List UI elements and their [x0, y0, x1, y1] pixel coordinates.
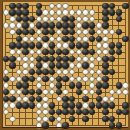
black-stone: [89, 29, 95, 35]
white-stone: [62, 69, 68, 75]
white-stone: [109, 89, 115, 95]
white-stone: [56, 29, 62, 35]
white-stone: [89, 89, 95, 95]
black-stone: [16, 16, 22, 22]
black-stone: [16, 3, 22, 9]
black-stone: [3, 56, 9, 62]
black-stone: [22, 3, 28, 9]
black-stone: [29, 96, 35, 102]
white-stone: [56, 96, 62, 102]
black-stone: [62, 49, 68, 55]
black-stone: [36, 69, 42, 75]
white-stone: [109, 29, 115, 35]
white-stone: [16, 76, 22, 82]
white-stone: [22, 62, 28, 68]
black-stone: [102, 22, 108, 28]
white-stone: [22, 56, 28, 62]
white-stone: [29, 36, 35, 42]
black-stone: [22, 49, 28, 55]
black-stone: [69, 29, 75, 35]
white-stone: [36, 29, 42, 35]
white-stone: [49, 16, 55, 22]
white-stone: [49, 82, 55, 88]
black-stone: [109, 102, 115, 108]
black-stone: [36, 22, 42, 28]
black-stone: [49, 29, 55, 35]
white-stone: [96, 22, 102, 28]
black-stone: [102, 56, 108, 62]
white-stone: [96, 49, 102, 55]
white-stone: [56, 116, 62, 122]
white-stone: [36, 76, 42, 82]
black-stone: [9, 56, 15, 62]
black-stone: [116, 122, 122, 128]
black-stone: [22, 42, 28, 48]
white-stone: [9, 102, 15, 108]
white-stone: [49, 3, 55, 9]
white-stone: [82, 9, 88, 15]
white-stone: [82, 36, 88, 42]
black-stone: [109, 69, 115, 75]
black-stone: [69, 109, 75, 115]
white-stone: [29, 56, 35, 62]
black-stone: [29, 29, 35, 35]
black-stone: [82, 96, 88, 102]
black-stone: [36, 3, 42, 9]
black-stone: [116, 9, 122, 15]
black-stone: [22, 82, 28, 88]
white-stone: [9, 22, 15, 28]
white-stone: [16, 89, 22, 95]
black-stone: [109, 56, 115, 62]
black-stone: [42, 122, 48, 128]
black-stone: [109, 3, 115, 9]
black-stone: [62, 29, 68, 35]
black-stone: [3, 96, 9, 102]
black-stone: [22, 16, 28, 22]
white-stone: [3, 109, 9, 115]
black-stone: [82, 22, 88, 28]
black-stone: [29, 102, 35, 108]
black-stone: [36, 42, 42, 48]
black-stone: [56, 22, 62, 28]
black-stone: [62, 96, 68, 102]
black-stone: [116, 109, 122, 115]
black-stone: [49, 42, 55, 48]
black-stone: [122, 36, 128, 42]
black-stone: [9, 96, 15, 102]
white-stone: [96, 69, 102, 75]
white-stone: [36, 102, 42, 108]
white-stone: [16, 69, 22, 75]
white-stone: [42, 116, 48, 122]
white-stone: [82, 76, 88, 82]
white-stone: [102, 96, 108, 102]
white-stone: [36, 109, 42, 115]
black-stone: [89, 22, 95, 28]
white-stone: [42, 109, 48, 115]
black-stone: [3, 89, 9, 95]
black-stone: [89, 102, 95, 108]
black-stone: [22, 9, 28, 15]
black-stone: [96, 82, 102, 88]
white-stone: [76, 9, 82, 15]
black-stone: [42, 36, 48, 42]
black-stone: [89, 36, 95, 42]
white-stone: [29, 62, 35, 68]
black-stone: [29, 42, 35, 48]
black-stone: [62, 16, 68, 22]
white-stone: [9, 76, 15, 82]
white-stone: [69, 76, 75, 82]
black-stone: [49, 49, 55, 55]
white-stone: [89, 82, 95, 88]
black-stone: [116, 42, 122, 48]
black-stone: [102, 102, 108, 108]
white-stone: [122, 82, 128, 88]
black-stone: [49, 109, 55, 115]
white-stone: [16, 56, 22, 62]
white-stone: [3, 9, 9, 15]
white-stone: [122, 89, 128, 95]
black-stone: [109, 49, 115, 55]
white-stone: [36, 116, 42, 122]
white-stone: [16, 49, 22, 55]
black-stone: [42, 29, 48, 35]
white-stone: [62, 42, 68, 48]
black-stone: [102, 109, 108, 115]
black-stone: [102, 76, 108, 82]
white-stone: [62, 3, 68, 9]
white-stone: [3, 102, 9, 108]
black-stone: [69, 36, 75, 42]
white-stone: [76, 16, 82, 22]
black-stone: [109, 9, 115, 15]
black-stone: [42, 49, 48, 55]
black-stone: [16, 82, 22, 88]
black-stone: [89, 109, 95, 115]
white-stone: [76, 36, 82, 42]
black-stone: [116, 82, 122, 88]
black-stone: [122, 3, 128, 9]
black-stone: [36, 62, 42, 68]
white-stone: [9, 89, 15, 95]
white-stone: [82, 102, 88, 108]
white-stone: [49, 76, 55, 82]
white-stone: [89, 76, 95, 82]
white-stone: [69, 69, 75, 75]
black-stone: [36, 89, 42, 95]
black-stone: [96, 89, 102, 95]
black-stone: [42, 56, 48, 62]
black-stone: [56, 49, 62, 55]
black-stone: [109, 122, 115, 128]
black-stone: [49, 56, 55, 62]
white-stone: [9, 29, 15, 35]
black-stone: [3, 76, 9, 82]
black-stone: [62, 76, 68, 82]
black-stone: [102, 82, 108, 88]
white-stone: [22, 96, 28, 102]
white-stone: [76, 29, 82, 35]
black-stone: [36, 9, 42, 15]
white-stone: [36, 122, 42, 128]
white-stone: [62, 9, 68, 15]
black-stone: [29, 89, 35, 95]
white-stone: [42, 16, 48, 22]
white-stone: [89, 69, 95, 75]
white-stone: [36, 82, 42, 88]
white-stone: [56, 69, 62, 75]
black-stone: [9, 3, 15, 9]
white-stone: [96, 76, 102, 82]
white-stone: [76, 22, 82, 28]
black-stone: [16, 9, 22, 15]
white-stone: [82, 29, 88, 35]
black-stone: [122, 102, 128, 108]
black-stone: [56, 82, 62, 88]
black-stone: [9, 9, 15, 15]
black-stone: [69, 56, 75, 62]
black-stone: [62, 122, 68, 128]
white-stone: [3, 69, 9, 75]
black-stone: [69, 116, 75, 122]
black-stone: [22, 76, 28, 82]
black-stone: [36, 56, 42, 62]
white-stone: [116, 89, 122, 95]
white-stone: [42, 42, 48, 48]
black-stone: [89, 49, 95, 55]
white-stone: [69, 9, 75, 15]
black-stone: [42, 22, 48, 28]
black-stone: [22, 102, 28, 108]
white-stone: [96, 56, 102, 62]
white-stone: [82, 56, 88, 62]
black-stone: [82, 116, 88, 122]
white-stone: [29, 22, 35, 28]
black-stone: [49, 22, 55, 28]
white-stone: [82, 89, 88, 95]
black-stone: [49, 116, 55, 122]
black-stone: [16, 36, 22, 42]
white-stone: [36, 16, 42, 22]
white-stone: [76, 56, 82, 62]
white-stone: [102, 36, 108, 42]
go-board[interactable]: [0, 0, 130, 130]
black-stone: [56, 76, 62, 82]
white-stone: [16, 96, 22, 102]
white-stone: [29, 49, 35, 55]
black-stone: [109, 116, 115, 122]
black-stone: [122, 109, 128, 115]
black-stone: [102, 3, 108, 9]
black-stone: [76, 82, 82, 88]
black-stone: [69, 102, 75, 108]
white-stone: [49, 9, 55, 15]
white-stone: [89, 9, 95, 15]
black-stone: [102, 69, 108, 75]
white-stone: [9, 116, 15, 122]
black-stone: [116, 49, 122, 55]
white-stone: [89, 56, 95, 62]
black-stone: [69, 16, 75, 22]
black-stone: [109, 42, 115, 48]
white-stone: [76, 62, 82, 68]
black-stone: [62, 109, 68, 115]
white-stone: [76, 76, 82, 82]
black-stone: [69, 22, 75, 28]
black-stone: [29, 16, 35, 22]
black-stone: [96, 36, 102, 42]
black-stone: [69, 82, 75, 88]
white-stone: [49, 89, 55, 95]
black-stone: [36, 96, 42, 102]
black-stone: [96, 96, 102, 102]
white-stone: [82, 69, 88, 75]
white-stone: [96, 42, 102, 48]
white-stone: [62, 89, 68, 95]
black-stone: [62, 62, 68, 68]
black-stone: [82, 49, 88, 55]
white-stone: [3, 22, 9, 28]
black-stone: [42, 76, 48, 82]
black-stone: [82, 109, 88, 115]
white-stone: [102, 49, 108, 55]
black-stone: [76, 109, 82, 115]
white-stone: [16, 22, 22, 28]
black-stone: [62, 56, 68, 62]
black-stone: [49, 102, 55, 108]
black-stone: [49, 62, 55, 68]
black-stone: [22, 29, 28, 35]
white-stone: [109, 96, 115, 102]
black-stone: [69, 42, 75, 48]
black-stone: [96, 102, 102, 108]
black-stone: [76, 89, 82, 95]
white-stone: [76, 49, 82, 55]
black-stone: [16, 29, 22, 35]
white-stone: [89, 16, 95, 22]
white-stone: [56, 42, 62, 48]
black-stone: [76, 42, 82, 48]
black-stone: [62, 36, 68, 42]
black-stone: [102, 16, 108, 22]
white-stone: [9, 49, 15, 55]
black-stone: [116, 29, 122, 35]
black-stone: [102, 116, 108, 122]
black-stone: [102, 9, 108, 15]
white-stone: [9, 16, 15, 22]
black-stone: [62, 102, 68, 108]
white-stone: [69, 62, 75, 68]
black-stone: [29, 76, 35, 82]
white-stone: [42, 89, 48, 95]
black-stone: [102, 62, 108, 68]
white-stone: [42, 96, 48, 102]
white-stone: [36, 36, 42, 42]
white-stone: [56, 16, 62, 22]
white-stone: [42, 102, 48, 108]
white-stone: [36, 49, 42, 55]
white-stone: [82, 16, 88, 22]
white-stone: [22, 69, 28, 75]
black-stone: [56, 56, 62, 62]
white-stone: [69, 49, 75, 55]
white-stone: [42, 9, 48, 15]
black-stone: [116, 16, 122, 22]
white-stone: [56, 122, 62, 128]
black-stone: [22, 22, 28, 28]
white-stone: [102, 29, 108, 35]
white-stone: [22, 36, 28, 42]
black-stone: [16, 102, 22, 108]
black-stone: [56, 89, 62, 95]
black-stone: [56, 109, 62, 115]
black-stone: [9, 42, 15, 48]
black-stone: [49, 69, 55, 75]
black-stone: [22, 89, 28, 95]
white-stone: [56, 3, 62, 9]
black-stone: [62, 22, 68, 28]
black-stone: [16, 42, 22, 48]
white-stone: [3, 82, 9, 88]
black-stone: [82, 42, 88, 48]
white-stone: [56, 36, 62, 42]
white-stone: [56, 9, 62, 15]
white-stone: [42, 62, 48, 68]
white-stone: [49, 36, 55, 42]
white-stone: [102, 42, 108, 48]
black-stone: [29, 69, 35, 75]
black-stone: [82, 62, 88, 68]
black-stone: [69, 96, 75, 102]
black-stone: [42, 69, 48, 75]
black-stone: [56, 62, 62, 68]
stones-layer: [2, 2, 128, 128]
white-stone: [89, 62, 95, 68]
white-stone: [96, 29, 102, 35]
black-stone: [9, 62, 15, 68]
black-stone: [76, 102, 82, 108]
screenshot: [0, 0, 130, 130]
